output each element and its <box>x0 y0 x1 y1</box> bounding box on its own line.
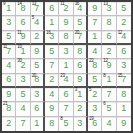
cage-sum: 3 <box>75 88 77 93</box>
cell-digit: 5 <box>34 61 39 70</box>
cage-sum: 16 <box>46 31 50 36</box>
cell-r4c2[interactable]: 101 <box>16 45 30 59</box>
cell-r7c8[interactable]: 7 <box>102 88 116 102</box>
cage-sum: 8 <box>60 117 62 122</box>
cell-r5c1[interactable]: 4 <box>2 59 16 73</box>
cell-r1c4[interactable]: 6 <box>45 2 59 16</box>
cell-r4c3[interactable]: 9 <box>31 45 45 59</box>
cell-digit: 4 <box>20 104 25 113</box>
cell-r6c2[interactable]: 3 <box>16 74 30 88</box>
cell-digit: 8 <box>49 119 54 128</box>
cell-r1c5[interactable]: 112 <box>59 2 73 16</box>
cell-digit: 1 <box>92 32 97 41</box>
cell-digit: 3 <box>20 75 25 84</box>
cage-sum: 19 <box>89 117 93 122</box>
cell-r1c3[interactable]: 137 <box>31 2 45 16</box>
cell-r3c8[interactable]: 6 <box>102 31 116 45</box>
cage-sum: 6 <box>103 102 105 107</box>
cell-digit: 1 <box>106 75 111 84</box>
cell-digit: 1 <box>121 104 126 113</box>
cell-digit: 5 <box>92 75 97 84</box>
cell-digit: 7 <box>63 104 68 113</box>
cell-r4c6[interactable]: 8 <box>74 45 88 59</box>
cell-digit: 9 <box>77 75 82 84</box>
cage-sum: 5 <box>89 88 91 93</box>
sudoku-board: 9114813761121649133536541957825119216382… <box>0 0 133 133</box>
cell-r2c1[interactable]: 3 <box>2 16 16 30</box>
cell-digit: 9 <box>6 90 11 99</box>
cell-digit: 6 <box>20 18 25 27</box>
cell-r4c9[interactable]: 6 <box>117 45 131 59</box>
cell-r4c4[interactable]: 5 <box>45 45 59 59</box>
cell-digit: 7 <box>106 90 111 99</box>
cage-sum: 9 <box>3 2 5 7</box>
cell-digit: 6 <box>77 61 82 70</box>
cell-r2c8[interactable]: 8 <box>102 16 116 30</box>
cell-r1c1[interactable]: 91 <box>2 2 16 16</box>
cell-digit: 9 <box>49 104 54 113</box>
cell-r2c4[interactable]: 1 <box>45 16 59 30</box>
cell-digit: 6 <box>34 104 39 113</box>
cell-digit: 5 <box>121 4 126 13</box>
cell-digit: 1 <box>49 18 54 27</box>
cage-sum: 20 <box>32 74 36 79</box>
cell-r3c7[interactable]: 1 <box>88 31 102 45</box>
cell-digit: 2 <box>77 104 82 113</box>
cage-sum: 22 <box>89 59 93 64</box>
cell-r6c1[interactable]: 6 <box>2 74 16 88</box>
cell-r8c6[interactable]: 2 <box>74 102 88 116</box>
cell-r4c8[interactable]: 2 <box>102 45 116 59</box>
cell-r1c6[interactable]: 164 <box>74 2 88 16</box>
cell-digit: 1 <box>63 61 68 70</box>
cell-r5c8[interactable]: 129 <box>102 59 116 73</box>
cell-r8c3[interactable]: 6 <box>31 102 45 116</box>
cell-digit: 6 <box>106 32 111 41</box>
cell-r3c1[interactable]: 5 <box>2 31 16 45</box>
cell-r5c3[interactable]: 5 <box>31 59 45 73</box>
cell-r2c9[interactable]: 2 <box>117 16 131 30</box>
cell-digit: 5 <box>106 104 111 113</box>
cage-sum: 10 <box>17 45 21 50</box>
cell-digit: 3 <box>63 47 68 56</box>
cell-r6c6[interactable]: 9 <box>74 74 88 88</box>
cell-r7c9[interactable]: 8 <box>117 88 131 102</box>
cell-r9c4[interactable]: 8 <box>45 117 59 131</box>
cell-r6c4[interactable]: 2 <box>45 74 59 88</box>
cell-r7c7[interactable]: 52 <box>88 88 102 102</box>
cell-r6c9[interactable]: 157 <box>117 74 131 88</box>
cell-r7c3[interactable]: 3 <box>31 88 45 102</box>
cage-sum: 12 <box>118 31 122 36</box>
cell-digit: 2 <box>121 18 126 27</box>
cell-digit: 2 <box>92 90 97 99</box>
cell-digit: 4 <box>49 90 54 99</box>
cage-sum: 13 <box>103 2 107 7</box>
cage-sum: 11 <box>60 2 64 7</box>
cell-r2c5[interactable]: 9 <box>59 16 73 30</box>
cell-r3c6[interactable]: 207 <box>74 31 88 45</box>
cell-digit: 1 <box>34 119 39 128</box>
cell-r3c2[interactable]: 119 <box>16 31 30 45</box>
cell-r1c9[interactable]: 5 <box>117 2 131 16</box>
cell-digit: 7 <box>92 18 97 27</box>
cell-digit: 4 <box>121 32 126 41</box>
cell-digit: 1 <box>77 90 82 99</box>
cell-r4c7[interactable]: 4 <box>88 45 102 59</box>
cell-digit: 5 <box>77 18 82 27</box>
cell-r9c5[interactable]: 85 <box>59 117 73 131</box>
cell-digit: 7 <box>49 61 54 70</box>
cell-r6c8[interactable]: 81 <box>102 74 116 88</box>
cell-digit: 9 <box>34 47 39 56</box>
cell-digit: 3 <box>6 18 11 27</box>
cage-sum: 5 <box>32 16 34 21</box>
cell-digit: 9 <box>63 18 68 27</box>
cell-digit: 5 <box>6 32 11 41</box>
cage-sum: 8 <box>103 74 105 79</box>
cell-digit: 6 <box>6 75 11 84</box>
cell-digit: 7 <box>121 75 126 84</box>
cell-r2c2[interactable]: 6 <box>16 16 30 30</box>
cell-r9c1[interactable]: 2 <box>2 117 16 131</box>
cell-r9c3[interactable]: 1 <box>31 117 45 131</box>
cell-digit: 8 <box>63 32 68 41</box>
cell-digit: 4 <box>106 119 111 128</box>
cell-r3c3[interactable]: 2 <box>31 31 45 45</box>
cell-digit: 6 <box>49 4 54 13</box>
cell-r3c9[interactable]: 124 <box>117 31 131 45</box>
cell-r5c5[interactable]: 1 <box>59 59 73 73</box>
cell-digit: 2 <box>106 47 111 56</box>
cell-digit: 2 <box>6 119 11 128</box>
cell-digit: 4 <box>6 61 11 70</box>
cell-digit: 3 <box>34 90 39 99</box>
cell-r5c9[interactable]: 3 <box>117 59 131 73</box>
cell-r9c7[interactable]: 196 <box>88 117 102 131</box>
cell-digit: 3 <box>92 104 97 113</box>
cell-r8c4[interactable]: 9 <box>45 102 59 116</box>
cell-r9c2[interactable]: 7 <box>16 117 30 131</box>
cell-r7c5[interactable]: 6 <box>59 88 73 102</box>
cell-r8c5[interactable]: 7 <box>59 102 73 116</box>
cell-r5c2[interactable]: 302 <box>16 59 30 73</box>
cell-digit: 5 <box>49 47 54 56</box>
cell-digit: 5 <box>20 90 25 99</box>
cell-r4c5[interactable]: 3 <box>59 45 73 59</box>
cage-sum: 11 <box>3 45 7 50</box>
cage-sum: 20 <box>75 31 79 36</box>
cell-digit: 1 <box>6 4 11 13</box>
cell-r8c8[interactable]: 65 <box>102 102 116 116</box>
cell-digit: 2 <box>34 32 39 41</box>
cell-r9c9[interactable]: 9 <box>117 117 131 131</box>
cell-r5c4[interactable]: 7 <box>45 59 59 73</box>
cage-sum: 11 <box>17 31 21 36</box>
cell-digit: 2 <box>49 75 54 84</box>
cell-r2c6[interactable]: 5 <box>74 16 88 30</box>
cell-digit: 8 <box>121 90 126 99</box>
cell-digit: 9 <box>92 4 97 13</box>
cell-r4c1[interactable]: 117 <box>2 45 16 59</box>
cell-r7c1[interactable]: 9 <box>2 88 16 102</box>
cell-r8c1[interactable]: 218 <box>2 102 16 116</box>
cage-sum: 23 <box>60 74 64 79</box>
cell-r8c2[interactable]: 4 <box>16 102 30 116</box>
cell-r3c5[interactable]: 8 <box>59 31 73 45</box>
cell-r6c7[interactable]: 5 <box>88 74 102 88</box>
cell-digit: 6 <box>121 47 126 56</box>
cell-r6c3[interactable]: 208 <box>31 74 45 88</box>
cell-r9c6[interactable]: 3 <box>74 117 88 131</box>
cell-r2c7[interactable]: 7 <box>88 16 102 30</box>
cell-r5c6[interactable]: 6 <box>74 59 88 73</box>
cell-r1c8[interactable]: 133 <box>102 2 116 16</box>
cell-digit: 5 <box>63 119 68 128</box>
cage-sum: 21 <box>3 102 7 107</box>
cell-r7c6[interactable]: 31 <box>74 88 88 102</box>
cell-digit: 7 <box>20 119 25 128</box>
cage-sum: 30 <box>17 59 21 64</box>
cell-r5c7[interactable]: 228 <box>88 59 102 73</box>
cage-sum: 12 <box>103 59 107 64</box>
cell-digit: 3 <box>121 61 126 70</box>
cage-sum: 13 <box>32 2 36 7</box>
cell-r1c2[interactable]: 148 <box>16 2 30 16</box>
cell-digit: 8 <box>106 18 111 27</box>
cell-r8c7[interactable]: 3 <box>88 102 102 116</box>
cell-r3c4[interactable]: 163 <box>45 31 59 45</box>
cell-digit: 8 <box>77 47 82 56</box>
cell-r8c9[interactable]: 1 <box>117 102 131 116</box>
cell-r9c8[interactable]: 4 <box>102 117 116 131</box>
cell-r1c7[interactable]: 9 <box>88 2 102 16</box>
cell-digit: 3 <box>77 119 82 128</box>
cell-r7c2[interactable]: 5 <box>16 88 30 102</box>
cage-sum: 15 <box>118 74 122 79</box>
cell-r6c5[interactable]: 234 <box>59 74 73 88</box>
cage-sum: 16 <box>75 2 79 7</box>
cell-digit: 4 <box>34 18 39 27</box>
cell-digit: 9 <box>121 119 126 128</box>
cell-digit: 6 <box>63 90 68 99</box>
cage-sum: 14 <box>17 2 21 7</box>
cell-r2c3[interactable]: 54 <box>31 16 45 30</box>
cell-digit: 4 <box>92 47 97 56</box>
cell-r7c4[interactable]: 4 <box>45 88 59 102</box>
